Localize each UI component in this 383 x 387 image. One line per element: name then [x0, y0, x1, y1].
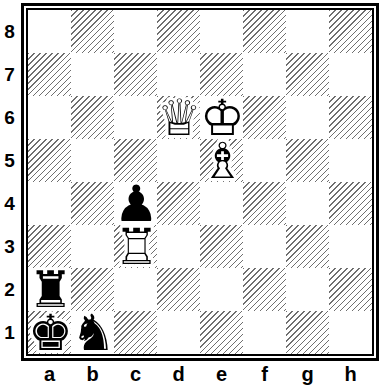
black-pawn[interactable]: ♟♟	[114, 182, 157, 225]
square-c3[interactable]: ♜♖	[114, 225, 157, 268]
square-b4[interactable]	[71, 182, 114, 225]
file-label-d: d	[157, 362, 200, 386]
white-king-fill: ♚	[200, 93, 243, 143]
black-knight-fill: ♞	[71, 308, 114, 358]
square-h4[interactable]	[329, 182, 372, 225]
square-d6[interactable]: ♛♕	[157, 96, 200, 139]
black-king-fill: ♚	[28, 308, 71, 358]
black-rook-glyph: ♜	[28, 265, 71, 315]
square-d2[interactable]	[157, 268, 200, 311]
square-g4[interactable]	[286, 182, 329, 225]
rank-label-3: 3	[0, 225, 19, 268]
square-f8[interactable]	[243, 10, 286, 53]
white-rook-fill: ♜	[114, 222, 157, 272]
square-a3[interactable]	[28, 225, 71, 268]
square-e8[interactable]	[200, 10, 243, 53]
square-h1[interactable]	[329, 311, 372, 354]
square-d7[interactable]	[157, 53, 200, 96]
white-rook[interactable]: ♜♖	[114, 225, 157, 268]
white-bishop-fill: ♝	[200, 136, 243, 186]
square-e6[interactable]: ♚♔	[200, 96, 243, 139]
white-bishop[interactable]: ♝♗	[200, 139, 243, 182]
square-h3[interactable]	[329, 225, 372, 268]
square-g1[interactable]	[286, 311, 329, 354]
square-b8[interactable]	[71, 10, 114, 53]
white-queen-fill: ♛	[157, 93, 200, 143]
square-c1[interactable]	[114, 311, 157, 354]
square-e7[interactable]	[200, 53, 243, 96]
square-d3[interactable]	[157, 225, 200, 268]
square-c8[interactable]	[114, 10, 157, 53]
square-g5[interactable]	[286, 139, 329, 182]
square-c4[interactable]: ♟♟	[114, 182, 157, 225]
black-rook[interactable]: ♜♜	[28, 268, 71, 311]
square-g8[interactable]	[286, 10, 329, 53]
square-a2[interactable]: ♜♜	[28, 268, 71, 311]
square-f7[interactable]	[243, 53, 286, 96]
rank-label-8: 8	[0, 10, 19, 53]
white-queen[interactable]: ♛♕	[157, 96, 200, 139]
rank-label-1: 1	[0, 311, 19, 354]
square-c7[interactable]	[114, 53, 157, 96]
white-king-glyph: ♔	[200, 93, 243, 143]
square-e5[interactable]: ♝♗	[200, 139, 243, 182]
square-g2[interactable]	[286, 268, 329, 311]
chess-diagram: 87654321 ♛♕♚♔♝♗♟♟♜♖♜♜♚♚♞♞ abcdefgh	[0, 0, 383, 387]
square-c6[interactable]	[114, 96, 157, 139]
square-d5[interactable]	[157, 139, 200, 182]
square-c5[interactable]	[114, 139, 157, 182]
black-pawn-fill: ♟	[114, 179, 157, 229]
file-label-g: g	[286, 362, 329, 386]
square-h5[interactable]	[329, 139, 372, 182]
file-label-c: c	[114, 362, 157, 386]
square-b7[interactable]	[71, 53, 114, 96]
square-f6[interactable]	[243, 96, 286, 139]
square-e2[interactable]	[200, 268, 243, 311]
black-rook-fill: ♜	[28, 265, 71, 315]
square-e4[interactable]	[200, 182, 243, 225]
square-h2[interactable]	[329, 268, 372, 311]
square-b1[interactable]: ♞♞	[71, 311, 114, 354]
rank-label-5: 5	[0, 139, 19, 182]
black-king[interactable]: ♚♚	[28, 311, 71, 354]
rank-label-2: 2	[0, 268, 19, 311]
square-a7[interactable]	[28, 53, 71, 96]
square-b5[interactable]	[71, 139, 114, 182]
white-bishop-glyph: ♗	[200, 136, 243, 186]
square-f5[interactable]	[243, 139, 286, 182]
rank-label-6: 6	[0, 96, 19, 139]
square-g6[interactable]	[286, 96, 329, 139]
square-b3[interactable]	[71, 225, 114, 268]
file-label-f: f	[243, 362, 286, 386]
square-e3[interactable]	[200, 225, 243, 268]
black-knight-glyph: ♞	[71, 308, 114, 358]
square-a1[interactable]: ♚♚	[28, 311, 71, 354]
rank-label-4: 4	[0, 182, 19, 225]
square-e1[interactable]	[200, 311, 243, 354]
square-f1[interactable]	[243, 311, 286, 354]
white-rook-glyph: ♖	[114, 222, 157, 272]
square-a6[interactable]	[28, 96, 71, 139]
square-h8[interactable]	[329, 10, 372, 53]
square-a8[interactable]	[28, 10, 71, 53]
square-h6[interactable]	[329, 96, 372, 139]
file-label-e: e	[200, 362, 243, 386]
square-d1[interactable]	[157, 311, 200, 354]
black-king-glyph: ♚	[28, 308, 71, 358]
square-a5[interactable]	[28, 139, 71, 182]
square-b6[interactable]	[71, 96, 114, 139]
square-d4[interactable]	[157, 182, 200, 225]
square-d8[interactable]	[157, 10, 200, 53]
square-c2[interactable]	[114, 268, 157, 311]
square-h7[interactable]	[329, 53, 372, 96]
square-f2[interactable]	[243, 268, 286, 311]
square-f4[interactable]	[243, 182, 286, 225]
file-label-b: b	[71, 362, 114, 386]
square-g3[interactable]	[286, 225, 329, 268]
board-grid: ♛♕♚♔♝♗♟♟♜♖♜♜♚♚♞♞	[26, 8, 374, 356]
square-b2[interactable]	[71, 268, 114, 311]
square-f3[interactable]	[243, 225, 286, 268]
rank-label-7: 7	[0, 53, 19, 96]
square-a4[interactable]	[28, 182, 71, 225]
file-label-a: a	[28, 362, 71, 386]
white-queen-glyph: ♕	[157, 93, 200, 143]
black-pawn-glyph: ♟	[114, 179, 157, 229]
white-king[interactable]: ♚♔	[200, 96, 243, 139]
square-g7[interactable]	[286, 53, 329, 96]
black-knight[interactable]: ♞♞	[71, 311, 114, 354]
chess-board: ♛♕♚♔♝♗♟♟♜♖♜♜♚♚♞♞	[21, 3, 379, 361]
file-label-h: h	[329, 362, 372, 386]
